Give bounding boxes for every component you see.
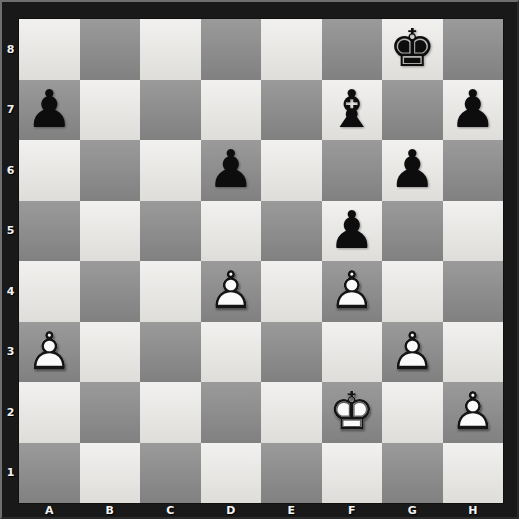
square-g4[interactable] (382, 261, 443, 322)
square-e4[interactable] (261, 261, 322, 322)
square-h4[interactable] (443, 261, 504, 322)
piece-white-pawn-d4[interactable]: ♟♙ (207, 264, 254, 316)
square-c6[interactable] (140, 140, 201, 201)
square-a5[interactable] (19, 201, 80, 262)
white-pawn-outline-glyph: ♙ (449, 385, 496, 437)
file-label-f: F (322, 503, 383, 517)
white-pawn-outline-glyph: ♙ (207, 264, 254, 316)
square-f2[interactable]: ♚♔ (322, 382, 383, 443)
white-pawn-outline-glyph: ♙ (328, 264, 375, 316)
piece-white-pawn-g3[interactable]: ♟♙ (389, 325, 436, 377)
chess-board-frame: 87654321 ♚♟♝♟♟♟♟♟♙♟♙♟♙♟♙♚♔♟♙ ABCDEFGH (0, 0, 519, 519)
square-d6[interactable]: ♟ (201, 140, 262, 201)
square-a4[interactable] (19, 261, 80, 322)
piece-black-pawn-h7[interactable]: ♟ (449, 83, 496, 135)
square-h3[interactable] (443, 322, 504, 383)
square-h5[interactable] (443, 201, 504, 262)
square-a7[interactable]: ♟ (19, 80, 80, 141)
rank-label-2: 2 (2, 382, 19, 443)
piece-black-pawn-g6[interactable]: ♟ (389, 143, 436, 195)
black-pawn-glyph: ♟ (207, 143, 254, 195)
piece-white-pawn-h2[interactable]: ♟♙ (449, 385, 496, 437)
black-pawn-glyph: ♟ (328, 204, 375, 256)
square-a2[interactable] (19, 382, 80, 443)
piece-black-pawn-f5[interactable]: ♟ (328, 204, 375, 256)
white-king-outline-glyph: ♔ (328, 385, 375, 437)
black-pawn-glyph: ♟ (26, 83, 73, 135)
square-b7[interactable] (80, 80, 141, 141)
square-g2[interactable] (382, 382, 443, 443)
square-b8[interactable] (80, 19, 141, 80)
square-g3[interactable]: ♟♙ (382, 322, 443, 383)
square-c5[interactable] (140, 201, 201, 262)
square-f3[interactable] (322, 322, 383, 383)
square-e3[interactable] (261, 322, 322, 383)
square-e7[interactable] (261, 80, 322, 141)
file-label-e: E (261, 503, 322, 517)
black-bishop-glyph: ♝ (328, 83, 375, 135)
square-c7[interactable] (140, 80, 201, 141)
file-labels: ABCDEFGH (19, 503, 503, 517)
square-c2[interactable] (140, 382, 201, 443)
square-b5[interactable] (80, 201, 141, 262)
square-b6[interactable] (80, 140, 141, 201)
square-e5[interactable] (261, 201, 322, 262)
square-a6[interactable] (19, 140, 80, 201)
file-label-b: B (80, 503, 141, 517)
rank-labels: 87654321 (2, 19, 19, 503)
file-label-h: H (443, 503, 504, 517)
square-b2[interactable] (80, 382, 141, 443)
piece-white-pawn-a3[interactable]: ♟♙ (26, 325, 73, 377)
square-e1[interactable] (261, 443, 322, 504)
square-c8[interactable] (140, 19, 201, 80)
square-d1[interactable] (201, 443, 262, 504)
square-f5[interactable]: ♟ (322, 201, 383, 262)
piece-black-pawn-a7[interactable]: ♟ (26, 83, 73, 135)
square-g8[interactable]: ♚ (382, 19, 443, 80)
square-e6[interactable] (261, 140, 322, 201)
square-d7[interactable] (201, 80, 262, 141)
piece-white-king-f2[interactable]: ♚♔ (328, 385, 375, 437)
square-h8[interactable] (443, 19, 504, 80)
square-h1[interactable] (443, 443, 504, 504)
file-label-d: D (201, 503, 262, 517)
square-d4[interactable]: ♟♙ (201, 261, 262, 322)
square-g6[interactable]: ♟ (382, 140, 443, 201)
chess-board: ♚♟♝♟♟♟♟♟♙♟♙♟♙♟♙♚♔♟♙ (19, 19, 503, 503)
square-d2[interactable] (201, 382, 262, 443)
square-f1[interactable] (322, 443, 383, 504)
square-h6[interactable] (443, 140, 504, 201)
square-f6[interactable] (322, 140, 383, 201)
square-d8[interactable] (201, 19, 262, 80)
rank-label-7: 7 (2, 80, 19, 141)
square-d5[interactable] (201, 201, 262, 262)
square-e8[interactable] (261, 19, 322, 80)
piece-black-bishop-f7[interactable]: ♝ (328, 83, 375, 135)
square-b1[interactable] (80, 443, 141, 504)
square-g1[interactable] (382, 443, 443, 504)
black-pawn-glyph: ♟ (389, 143, 436, 195)
white-pawn-outline-glyph: ♙ (389, 325, 436, 377)
file-label-g: G (382, 503, 443, 517)
square-f7[interactable]: ♝ (322, 80, 383, 141)
square-b4[interactable] (80, 261, 141, 322)
square-a3[interactable]: ♟♙ (19, 322, 80, 383)
white-pawn-outline-glyph: ♙ (26, 325, 73, 377)
rank-label-1: 1 (2, 443, 19, 504)
piece-black-king-g8[interactable]: ♚ (389, 22, 436, 74)
square-b3[interactable] (80, 322, 141, 383)
square-a1[interactable] (19, 443, 80, 504)
piece-black-pawn-d6[interactable]: ♟ (207, 143, 254, 195)
rank-label-6: 6 (2, 140, 19, 201)
rank-label-8: 8 (2, 19, 19, 80)
square-g5[interactable] (382, 201, 443, 262)
square-d3[interactable] (201, 322, 262, 383)
square-h2[interactable]: ♟♙ (443, 382, 504, 443)
rank-label-4: 4 (2, 261, 19, 322)
black-pawn-glyph: ♟ (449, 83, 496, 135)
square-a8[interactable] (19, 19, 80, 80)
piece-white-pawn-f4[interactable]: ♟♙ (328, 264, 375, 316)
square-c1[interactable] (140, 443, 201, 504)
square-c4[interactable] (140, 261, 201, 322)
square-f8[interactable] (322, 19, 383, 80)
black-king-glyph: ♚ (389, 22, 436, 74)
square-c3[interactable] (140, 322, 201, 383)
rank-label-3: 3 (2, 322, 19, 383)
square-e2[interactable] (261, 382, 322, 443)
rank-label-5: 5 (2, 201, 19, 262)
square-h7[interactable]: ♟ (443, 80, 504, 141)
square-f4[interactable]: ♟♙ (322, 261, 383, 322)
square-g7[interactable] (382, 80, 443, 141)
file-label-c: C (140, 503, 201, 517)
file-label-a: A (19, 503, 80, 517)
